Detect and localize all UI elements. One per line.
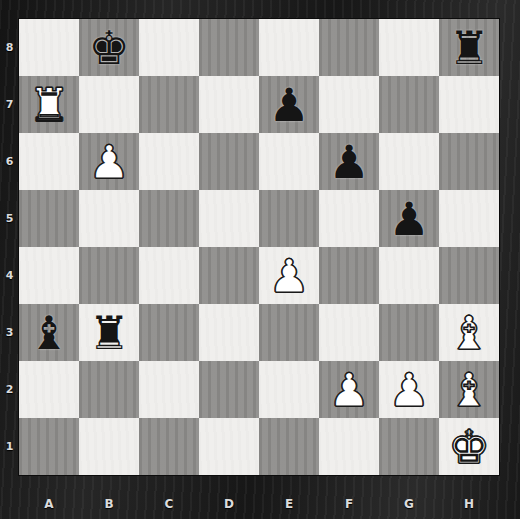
- square-b3[interactable]: ♜: [79, 304, 139, 361]
- square-d6[interactable]: [199, 133, 259, 190]
- square-a1[interactable]: [19, 418, 79, 475]
- square-d7[interactable]: [199, 76, 259, 133]
- square-e2[interactable]: [259, 361, 319, 418]
- square-c3[interactable]: [139, 304, 199, 361]
- square-b7[interactable]: [79, 76, 139, 133]
- square-f1[interactable]: [319, 418, 379, 475]
- black-pawn: ♟: [379, 190, 439, 247]
- square-g1[interactable]: [379, 418, 439, 475]
- square-b4[interactable]: [79, 247, 139, 304]
- square-g8[interactable]: [379, 19, 439, 76]
- white-pawn: ♟: [319, 361, 379, 418]
- white-rook: ♜: [19, 76, 79, 133]
- square-g3[interactable]: [379, 304, 439, 361]
- square-e6[interactable]: [259, 133, 319, 190]
- white-pawn: ♟: [379, 361, 439, 418]
- black-king: ♚: [79, 19, 139, 76]
- square-a4[interactable]: [19, 247, 79, 304]
- square-g4[interactable]: [379, 247, 439, 304]
- square-a2[interactable]: [19, 361, 79, 418]
- square-d2[interactable]: [199, 361, 259, 418]
- square-c2[interactable]: [139, 361, 199, 418]
- black-pawn: ♟: [319, 133, 379, 190]
- square-g5[interactable]: ♟: [379, 190, 439, 247]
- square-a7[interactable]: ♜: [19, 76, 79, 133]
- square-c1[interactable]: [139, 418, 199, 475]
- square-e5[interactable]: [259, 190, 319, 247]
- square-d5[interactable]: [199, 190, 259, 247]
- square-d8[interactable]: [199, 19, 259, 76]
- rank-label-7: 7: [0, 76, 19, 133]
- square-f5[interactable]: [319, 190, 379, 247]
- file-label-c: C: [139, 475, 199, 519]
- square-f4[interactable]: [319, 247, 379, 304]
- square-a8[interactable]: [19, 19, 79, 76]
- file-label-f: F: [319, 475, 379, 519]
- white-bishop: ♝: [439, 361, 499, 418]
- square-c5[interactable]: [139, 190, 199, 247]
- black-pawn: ♟: [259, 76, 319, 133]
- square-d1[interactable]: [199, 418, 259, 475]
- white-pawn: ♟: [259, 247, 319, 304]
- white-king: ♚: [439, 418, 499, 475]
- square-c8[interactable]: [139, 19, 199, 76]
- square-h8[interactable]: ♜: [439, 19, 499, 76]
- square-g6[interactable]: [379, 133, 439, 190]
- square-b1[interactable]: [79, 418, 139, 475]
- rank-label-8: 8: [0, 19, 19, 76]
- square-d4[interactable]: [199, 247, 259, 304]
- square-c6[interactable]: [139, 133, 199, 190]
- square-d3[interactable]: [199, 304, 259, 361]
- chess-board-frame: ♚♜♜♟♟♟♟♟♝♜♝♟♟♝♚ 87654321ABCDEFGH: [0, 0, 520, 519]
- square-b5[interactable]: [79, 190, 139, 247]
- square-c7[interactable]: [139, 76, 199, 133]
- square-e7[interactable]: ♟: [259, 76, 319, 133]
- square-h7[interactable]: [439, 76, 499, 133]
- square-g7[interactable]: [379, 76, 439, 133]
- rank-label-6: 6: [0, 133, 19, 190]
- square-b6[interactable]: ♟: [79, 133, 139, 190]
- square-e3[interactable]: [259, 304, 319, 361]
- square-a6[interactable]: [19, 133, 79, 190]
- rank-label-2: 2: [0, 361, 19, 418]
- square-h6[interactable]: [439, 133, 499, 190]
- white-pawn: ♟: [79, 133, 139, 190]
- square-c4[interactable]: [139, 247, 199, 304]
- file-label-d: D: [199, 475, 259, 519]
- square-a5[interactable]: [19, 190, 79, 247]
- square-h1[interactable]: ♚: [439, 418, 499, 475]
- square-f7[interactable]: [319, 76, 379, 133]
- file-label-a: A: [19, 475, 79, 519]
- square-f3[interactable]: [319, 304, 379, 361]
- rank-label-4: 4: [0, 247, 19, 304]
- file-label-h: H: [439, 475, 499, 519]
- square-b2[interactable]: [79, 361, 139, 418]
- file-label-e: E: [259, 475, 319, 519]
- black-rook: ♜: [439, 19, 499, 76]
- square-f2[interactable]: ♟: [319, 361, 379, 418]
- square-h5[interactable]: [439, 190, 499, 247]
- board: ♚♜♜♟♟♟♟♟♝♜♝♟♟♝♚: [19, 19, 499, 475]
- square-e1[interactable]: [259, 418, 319, 475]
- square-g2[interactable]: ♟: [379, 361, 439, 418]
- black-rook: ♜: [79, 304, 139, 361]
- file-label-g: G: [379, 475, 439, 519]
- square-b8[interactable]: ♚: [79, 19, 139, 76]
- square-e4[interactable]: ♟: [259, 247, 319, 304]
- square-h3[interactable]: ♝: [439, 304, 499, 361]
- square-f8[interactable]: [319, 19, 379, 76]
- square-h4[interactable]: [439, 247, 499, 304]
- square-h2[interactable]: ♝: [439, 361, 499, 418]
- square-e8[interactable]: [259, 19, 319, 76]
- black-bishop: ♝: [19, 304, 79, 361]
- square-f6[interactable]: ♟: [319, 133, 379, 190]
- rank-label-3: 3: [0, 304, 19, 361]
- white-bishop: ♝: [439, 304, 499, 361]
- rank-label-5: 5: [0, 190, 19, 247]
- rank-label-1: 1: [0, 418, 19, 475]
- file-label-b: B: [79, 475, 139, 519]
- square-a3[interactable]: ♝: [19, 304, 79, 361]
